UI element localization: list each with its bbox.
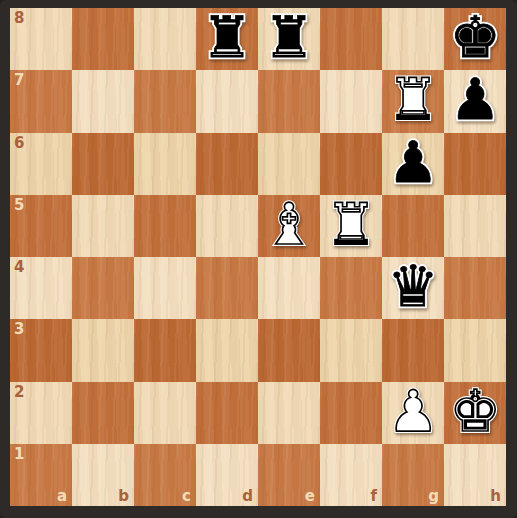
square-f5[interactable]: ♜♜	[320, 195, 382, 257]
piece-black-pawn[interactable]: ♟♟	[382, 133, 444, 195]
square-f1[interactable]: f	[320, 444, 382, 506]
square-d1[interactable]: d	[196, 444, 258, 506]
file-label-g: g	[428, 489, 439, 504]
piece-white-pawn[interactable]: ♟♟	[382, 382, 444, 444]
rank-label-3: 3	[14, 322, 24, 337]
piece-white-rook[interactable]: ♜♜	[382, 70, 444, 132]
square-c2[interactable]	[134, 382, 196, 444]
file-label-c: c	[182, 489, 191, 504]
square-e2[interactable]	[258, 382, 320, 444]
file-label-d: d	[242, 489, 253, 504]
rank-label-6: 6	[14, 136, 24, 151]
square-c8[interactable]	[134, 8, 196, 70]
square-b6[interactable]	[72, 133, 134, 195]
square-g6[interactable]: ♟♟	[382, 133, 444, 195]
square-d4[interactable]	[196, 257, 258, 319]
square-f3[interactable]	[320, 319, 382, 381]
square-a1[interactable]: 1a	[10, 444, 72, 506]
square-a2[interactable]: 2	[10, 382, 72, 444]
rank-label-8: 8	[14, 11, 24, 26]
piece-black-king[interactable]: ♚♚	[444, 8, 506, 70]
square-e6[interactable]	[258, 133, 320, 195]
file-label-a: a	[57, 489, 67, 504]
square-g4[interactable]: ♛♛	[382, 257, 444, 319]
square-a5[interactable]: 5	[10, 195, 72, 257]
square-c3[interactable]	[134, 319, 196, 381]
piece-black-queen[interactable]: ♛♛	[382, 257, 444, 319]
square-g3[interactable]	[382, 319, 444, 381]
piece-black-rook[interactable]: ♜♜	[196, 8, 258, 70]
square-g5[interactable]	[382, 195, 444, 257]
square-e5[interactable]: ♝♝	[258, 195, 320, 257]
square-h1[interactable]: h	[444, 444, 506, 506]
square-c7[interactable]	[134, 70, 196, 132]
chess-board-frame: 8♜♜♜♜♚♚7♜♜♟♟6♟♟5♝♝♜♜4♛♛32♟♟♚♚1abcdefgh	[0, 0, 517, 518]
square-h5[interactable]	[444, 195, 506, 257]
file-label-b: b	[118, 489, 129, 504]
square-d2[interactable]	[196, 382, 258, 444]
square-a8[interactable]: 8	[10, 8, 72, 70]
square-f8[interactable]	[320, 8, 382, 70]
file-label-e: e	[305, 489, 315, 504]
square-b8[interactable]	[72, 8, 134, 70]
rank-label-2: 2	[14, 385, 24, 400]
square-h2[interactable]: ♚♚	[444, 382, 506, 444]
square-a3[interactable]: 3	[10, 319, 72, 381]
chess-board: 8♜♜♜♜♚♚7♜♜♟♟6♟♟5♝♝♜♜4♛♛32♟♟♚♚1abcdefgh	[10, 8, 506, 506]
square-h3[interactable]	[444, 319, 506, 381]
square-h6[interactable]	[444, 133, 506, 195]
rank-label-5: 5	[14, 198, 24, 213]
rank-label-1: 1	[14, 447, 24, 462]
square-c1[interactable]: c	[134, 444, 196, 506]
square-c6[interactable]	[134, 133, 196, 195]
square-e8[interactable]: ♜♜	[258, 8, 320, 70]
square-b3[interactable]	[72, 319, 134, 381]
square-h8[interactable]: ♚♚	[444, 8, 506, 70]
piece-white-bishop[interactable]: ♝♝	[258, 195, 320, 257]
rank-label-4: 4	[14, 260, 24, 275]
square-e4[interactable]	[258, 257, 320, 319]
square-d8[interactable]: ♜♜	[196, 8, 258, 70]
square-e7[interactable]	[258, 70, 320, 132]
square-f7[interactable]	[320, 70, 382, 132]
square-b7[interactable]	[72, 70, 134, 132]
square-g1[interactable]: g	[382, 444, 444, 506]
piece-black-pawn[interactable]: ♟♟	[444, 70, 506, 132]
file-label-h: h	[490, 489, 501, 504]
square-b2[interactable]	[72, 382, 134, 444]
square-f2[interactable]	[320, 382, 382, 444]
square-d6[interactable]	[196, 133, 258, 195]
piece-black-rook[interactable]: ♜♜	[258, 8, 320, 70]
square-g8[interactable]	[382, 8, 444, 70]
file-label-f: f	[370, 489, 377, 504]
square-d5[interactable]	[196, 195, 258, 257]
square-b5[interactable]	[72, 195, 134, 257]
piece-white-king[interactable]: ♚♚	[444, 382, 506, 444]
square-g2[interactable]: ♟♟	[382, 382, 444, 444]
square-c4[interactable]	[134, 257, 196, 319]
square-e1[interactable]: e	[258, 444, 320, 506]
square-b4[interactable]	[72, 257, 134, 319]
square-f6[interactable]	[320, 133, 382, 195]
square-d7[interactable]	[196, 70, 258, 132]
square-a6[interactable]: 6	[10, 133, 72, 195]
square-a4[interactable]: 4	[10, 257, 72, 319]
rank-label-7: 7	[14, 73, 24, 88]
square-f4[interactable]	[320, 257, 382, 319]
square-a7[interactable]: 7	[10, 70, 72, 132]
piece-white-rook[interactable]: ♜♜	[320, 195, 382, 257]
square-e3[interactable]	[258, 319, 320, 381]
square-h4[interactable]	[444, 257, 506, 319]
square-d3[interactable]	[196, 319, 258, 381]
square-c5[interactable]	[134, 195, 196, 257]
square-b1[interactable]: b	[72, 444, 134, 506]
square-g7[interactable]: ♜♜	[382, 70, 444, 132]
square-h7[interactable]: ♟♟	[444, 70, 506, 132]
